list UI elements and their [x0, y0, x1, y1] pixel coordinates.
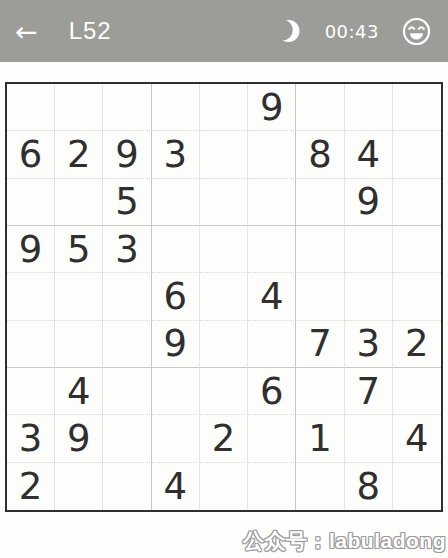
sudoku-cell[interactable]: [7, 273, 55, 320]
sudoku-cell[interactable]: [200, 84, 248, 131]
sudoku-cell[interactable]: [7, 84, 55, 131]
back-arrow-icon[interactable]: ←: [15, 18, 38, 45]
sudoku-cell[interactable]: 6: [7, 131, 55, 178]
sudoku-cell[interactable]: 9: [345, 179, 393, 226]
sudoku-cell[interactable]: [393, 463, 441, 510]
sudoku-cell[interactable]: 9: [152, 321, 200, 368]
sudoku-cell[interactable]: 4: [393, 415, 441, 462]
sudoku-cell[interactable]: [103, 368, 151, 415]
sudoku-cell[interactable]: [345, 415, 393, 462]
sudoku-cell[interactable]: [393, 179, 441, 226]
sudoku-cell[interactable]: [345, 226, 393, 273]
sudoku-cell[interactable]: [55, 179, 103, 226]
sudoku-cell[interactable]: [345, 84, 393, 131]
sudoku-cell[interactable]: [393, 131, 441, 178]
timer-display: 00:43: [325, 21, 379, 42]
sudoku-cell[interactable]: 2: [200, 415, 248, 462]
sudoku-cell[interactable]: 2: [55, 131, 103, 178]
sudoku-cell[interactable]: [248, 415, 296, 462]
sudoku-cell[interactable]: 5: [103, 179, 151, 226]
sudoku-cell[interactable]: [7, 321, 55, 368]
sudoku-cell[interactable]: 4: [152, 463, 200, 510]
sudoku-cell[interactable]: 3: [152, 131, 200, 178]
sudoku-cell[interactable]: 5: [55, 226, 103, 273]
sudoku-cell[interactable]: [200, 226, 248, 273]
sudoku-cell[interactable]: [152, 84, 200, 131]
sudoku-board: 96293845995364973246739214248: [5, 82, 443, 512]
sudoku-cell[interactable]: [7, 368, 55, 415]
sudoku-cell[interactable]: [393, 273, 441, 320]
sudoku-cell[interactable]: [248, 131, 296, 178]
sudoku-cell[interactable]: [296, 368, 344, 415]
sudoku-cell[interactable]: [103, 415, 151, 462]
sudoku-cell[interactable]: [296, 179, 344, 226]
sudoku-cell[interactable]: [296, 463, 344, 510]
sudoku-cell[interactable]: [200, 463, 248, 510]
sudoku-cell[interactable]: 8: [296, 131, 344, 178]
sudoku-cell[interactable]: [296, 84, 344, 131]
sudoku-cell[interactable]: [345, 273, 393, 320]
sudoku-cell[interactable]: [200, 179, 248, 226]
sudoku-cell[interactable]: [55, 84, 103, 131]
smiley-icon[interactable]: [400, 15, 433, 48]
sudoku-cell[interactable]: 9: [248, 84, 296, 131]
sudoku-cell[interactable]: [103, 321, 151, 368]
sudoku-cell[interactable]: 1: [296, 415, 344, 462]
sudoku-cell[interactable]: 4: [55, 368, 103, 415]
sudoku-cell[interactable]: [103, 463, 151, 510]
sudoku-cell[interactable]: 6: [248, 368, 296, 415]
sudoku-cell[interactable]: [200, 321, 248, 368]
sudoku-cell[interactable]: [152, 368, 200, 415]
sudoku-cell[interactable]: [248, 321, 296, 368]
sudoku-cell[interactable]: [393, 226, 441, 273]
sudoku-cell[interactable]: 3: [345, 321, 393, 368]
sudoku-cell[interactable]: 8: [345, 463, 393, 510]
sudoku-cell[interactable]: 9: [7, 226, 55, 273]
sudoku-cell[interactable]: 3: [103, 226, 151, 273]
sudoku-cell[interactable]: [200, 368, 248, 415]
sudoku-cell[interactable]: 2: [393, 321, 441, 368]
sudoku-cell[interactable]: [55, 463, 103, 510]
sudoku-cell[interactable]: 7: [296, 321, 344, 368]
sudoku-cell[interactable]: 3: [7, 415, 55, 462]
sudoku-cell[interactable]: 4: [345, 131, 393, 178]
header-bar: ← L52 00:43: [0, 0, 448, 62]
sudoku-cell[interactable]: 9: [103, 131, 151, 178]
sudoku-cell[interactable]: [248, 226, 296, 273]
sudoku-cell[interactable]: [248, 463, 296, 510]
sudoku-cell[interactable]: [152, 226, 200, 273]
sudoku-cell[interactable]: [103, 273, 151, 320]
sudoku-cell[interactable]: [200, 273, 248, 320]
sudoku-cell[interactable]: [152, 179, 200, 226]
sudoku-cell[interactable]: [296, 226, 344, 273]
puzzle-title: L52: [69, 17, 112, 45]
sudoku-cell[interactable]: 7: [345, 368, 393, 415]
sudoku-cell[interactable]: 6: [152, 273, 200, 320]
sudoku-cell[interactable]: [393, 368, 441, 415]
sudoku-cell[interactable]: [103, 84, 151, 131]
sudoku-cell[interactable]: [152, 415, 200, 462]
sudoku-cell[interactable]: [55, 273, 103, 320]
sudoku-cell[interactable]: 2: [7, 463, 55, 510]
sudoku-cell[interactable]: 9: [55, 415, 103, 462]
sudoku-cell[interactable]: [7, 179, 55, 226]
sudoku-cell[interactable]: [55, 321, 103, 368]
watermark-text: 公众号：labuladong: [243, 527, 446, 555]
sudoku-cell[interactable]: [296, 273, 344, 320]
moon-icon[interactable]: [272, 16, 302, 46]
sudoku-cell[interactable]: [248, 179, 296, 226]
sudoku-cell[interactable]: [393, 84, 441, 131]
sudoku-cell[interactable]: 4: [248, 273, 296, 320]
sudoku-cell[interactable]: [200, 131, 248, 178]
